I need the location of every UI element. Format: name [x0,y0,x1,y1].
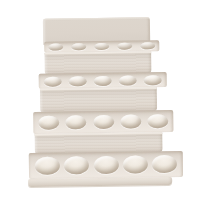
recess-row1-slot2 [71,43,86,50]
recess-row3-slot4 [120,114,141,128]
recess-row3-slot5 [147,114,168,128]
product-photo [0,0,200,200]
tier-4-shelf [29,151,183,179]
recess-row2-slot5 [144,75,162,85]
tier-1-riser [44,51,151,74]
recess-row4-slot1 [35,157,60,175]
recess-row4-slot5 [152,155,177,173]
display-stand [0,0,200,200]
recess-row2-slot4 [119,75,137,85]
recess-row3-slot3 [93,115,114,129]
recess-row3-slot2 [65,115,86,129]
recess-row3-slot1 [38,116,59,130]
recess-row1-slot3 [94,43,109,50]
recess-row1-slot1 [48,44,63,51]
recess-row4-slot4 [123,155,148,173]
stand-base [28,177,172,187]
recess-row2-slot3 [94,75,112,85]
recess-row1-slot4 [117,43,132,50]
tier-3-shelf [33,110,173,134]
recess-row1-slot5 [140,42,155,49]
recess-row4-slot3 [93,156,118,174]
recess-row2-slot1 [44,76,62,86]
recess-row4-slot2 [64,156,89,174]
tier-2-riser [40,87,157,113]
recess-row2-slot2 [69,76,87,86]
